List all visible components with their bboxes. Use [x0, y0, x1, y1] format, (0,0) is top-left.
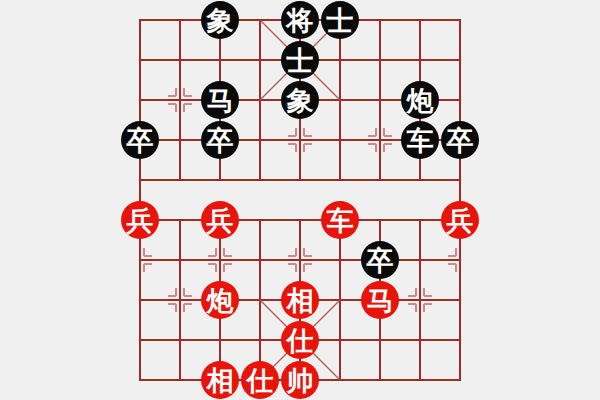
piece-red-soldier[interactable]: 兵 — [201, 201, 239, 239]
piece-black-horse[interactable]: 马 — [201, 81, 239, 119]
piece-red-advisor[interactable]: 仕 — [241, 361, 279, 399]
piece-black-chariot[interactable]: 车 — [401, 121, 439, 159]
piece-black-cannon[interactable]: 炮 — [401, 81, 439, 119]
piece-black-elephant[interactable]: 象 — [201, 1, 239, 39]
piece-black-soldier[interactable]: 卒 — [201, 121, 239, 159]
piece-black-advisor[interactable]: 士 — [321, 1, 359, 39]
piece-black-soldier[interactable]: 卒 — [361, 241, 399, 279]
piece-black-advisor[interactable]: 士 — [281, 41, 319, 79]
piece-red-soldier[interactable]: 兵 — [121, 201, 159, 239]
piece-black-general[interactable]: 将 — [281, 1, 319, 39]
piece-red-chariot[interactable]: 车 — [321, 201, 359, 239]
piece-red-elephant[interactable]: 相 — [281, 281, 319, 319]
piece-red-soldier[interactable]: 兵 — [441, 201, 479, 239]
piece-red-general[interactable]: 帅 — [281, 361, 319, 399]
piece-red-elephant[interactable]: 相 — [201, 361, 239, 399]
piece-black-elephant[interactable]: 象 — [281, 81, 319, 119]
xiangqi-board[interactable]: 象将士士马象炮卒卒车卒卒兵兵车兵炮相马仕相仕帅 — [120, 0, 480, 400]
piece-red-horse[interactable]: 马 — [361, 281, 399, 319]
piece-black-soldier[interactable]: 卒 — [121, 121, 159, 159]
piece-red-cannon[interactable]: 炮 — [201, 281, 239, 319]
piece-red-advisor[interactable]: 仕 — [281, 321, 319, 359]
xiangqi-position-diagram: 象将士士马象炮卒卒车卒卒兵兵车兵炮相马仕相仕帅 — [0, 0, 600, 400]
piece-black-soldier[interactable]: 卒 — [441, 121, 479, 159]
